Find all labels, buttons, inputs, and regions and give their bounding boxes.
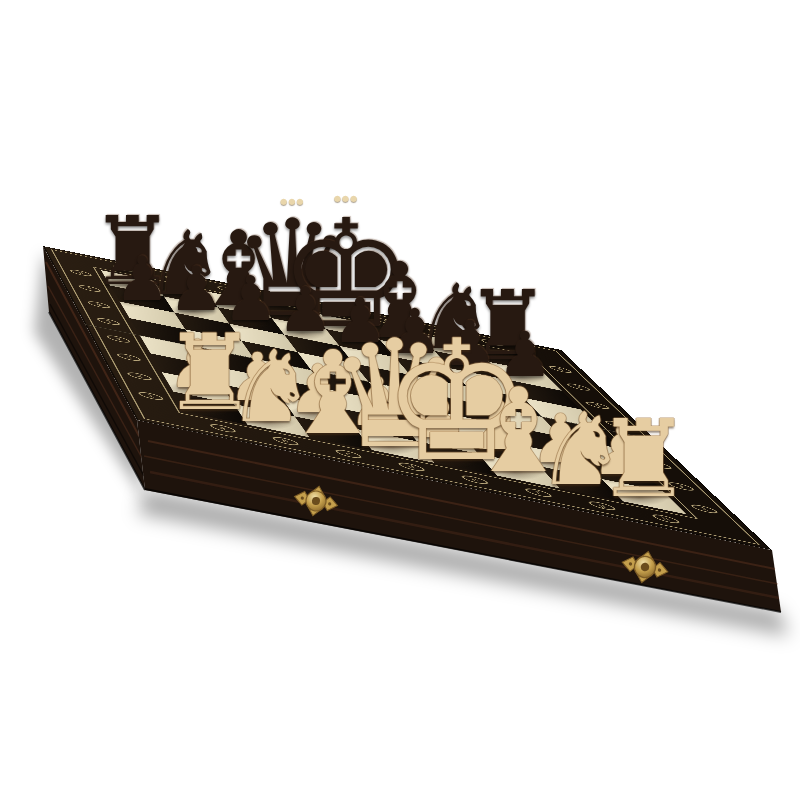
file-label-h-back: h (479, 338, 505, 347)
file-label-d-front: d (396, 461, 426, 473)
file-label-f-front: f (522, 487, 553, 499)
rank-label-2-left: 2 (126, 371, 153, 382)
file-label-d-back: d (268, 296, 293, 305)
file-label-b-front: b (271, 435, 300, 447)
file-label-c-front: c (333, 448, 363, 460)
rank-label-8-left: 8 (69, 268, 93, 277)
file-label-g-back: g (426, 327, 452, 336)
file-label-e-front: e (459, 474, 490, 486)
rank-label-6-right: 6 (583, 400, 611, 410)
rank-label-3-left: 3 (116, 352, 143, 362)
file-label-c-back: c (216, 285, 240, 294)
file-label-a-back: a (111, 264, 135, 273)
rank-label-7-right: 7 (565, 382, 593, 392)
rank-label-3-right: 3 (644, 459, 674, 470)
rank-label-1-left: 1 (137, 390, 165, 401)
rank-label-4-left: 4 (105, 334, 131, 344)
scene: aabbccddeeffgghh8877665544332211 ♜♞♝♛●●●… (0, 0, 800, 800)
file-label-e-back: e (320, 306, 345, 315)
rank-label-1-right: 1 (688, 503, 720, 515)
file-label-b-back: b (163, 275, 187, 284)
rank-label-8-right: 8 (547, 365, 574, 374)
rank-label-4-right: 4 (623, 439, 653, 450)
rank-label-2-right: 2 (665, 481, 696, 492)
file-label-a-front: a (208, 423, 237, 434)
file-label-f-back: f (373, 317, 398, 326)
rank-label-5-left: 5 (96, 317, 121, 327)
rank-label-7-left: 7 (78, 284, 102, 293)
file-label-h-front: h (649, 513, 681, 525)
file-label-g-front: g (586, 500, 618, 512)
rank-label-6-left: 6 (86, 300, 111, 309)
rank-label-5-right: 5 (603, 419, 632, 429)
